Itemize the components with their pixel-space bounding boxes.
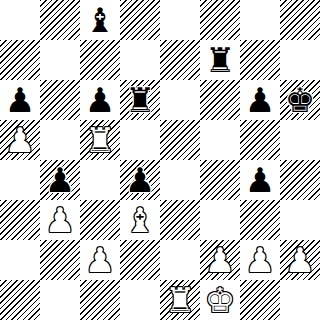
square-b4[interactable]: ♟ (40, 160, 80, 200)
chess-board: ♝♜♟♟♜♟♚♟♜♟♟♟♟♝♟♟♟♟♜♚ (0, 0, 320, 320)
square-b7[interactable] (40, 40, 80, 80)
white-bishop: ♝ (125, 200, 155, 240)
black-pawn: ♟ (5, 80, 35, 120)
square-b2[interactable] (40, 240, 80, 280)
square-f7[interactable]: ♜ (200, 40, 240, 80)
square-b5[interactable] (40, 120, 80, 160)
square-a5[interactable]: ♟ (0, 120, 40, 160)
square-e2[interactable] (160, 240, 200, 280)
square-a4[interactable] (0, 160, 40, 200)
square-a1[interactable] (0, 280, 40, 320)
square-e5[interactable] (160, 120, 200, 160)
square-f3[interactable] (200, 200, 240, 240)
white-king: ♚ (205, 280, 235, 320)
square-e3[interactable] (160, 200, 200, 240)
white-rook: ♜ (85, 120, 115, 160)
square-a8[interactable] (0, 0, 40, 40)
square-g8[interactable] (240, 0, 280, 40)
square-c6[interactable]: ♟ (80, 80, 120, 120)
square-f1[interactable]: ♚ (200, 280, 240, 320)
square-e1[interactable]: ♜ (160, 280, 200, 320)
square-a2[interactable] (0, 240, 40, 280)
square-h5[interactable] (280, 120, 320, 160)
square-c8[interactable]: ♝ (80, 0, 120, 40)
square-e6[interactable] (160, 80, 200, 120)
square-d1[interactable] (120, 280, 160, 320)
square-a7[interactable] (0, 40, 40, 80)
square-e4[interactable] (160, 160, 200, 200)
black-pawn: ♟ (245, 160, 275, 200)
black-pawn: ♟ (245, 80, 275, 120)
square-c3[interactable] (80, 200, 120, 240)
square-d7[interactable] (120, 40, 160, 80)
white-pawn: ♟ (285, 240, 315, 280)
square-g7[interactable] (240, 40, 280, 80)
square-h6[interactable]: ♚ (280, 80, 320, 120)
square-h1[interactable] (280, 280, 320, 320)
square-g6[interactable]: ♟ (240, 80, 280, 120)
square-d5[interactable] (120, 120, 160, 160)
square-b3[interactable]: ♟ (40, 200, 80, 240)
square-d3[interactable]: ♝ (120, 200, 160, 240)
square-f5[interactable] (200, 120, 240, 160)
square-g4[interactable]: ♟ (240, 160, 280, 200)
black-rook: ♜ (125, 80, 155, 120)
square-c7[interactable] (80, 40, 120, 80)
black-rook: ♜ (205, 40, 235, 80)
square-e8[interactable] (160, 0, 200, 40)
white-pawn: ♟ (205, 240, 235, 280)
square-h2[interactable]: ♟ (280, 240, 320, 280)
square-e7[interactable] (160, 40, 200, 80)
square-d8[interactable] (120, 0, 160, 40)
black-pawn: ♟ (45, 160, 75, 200)
square-f8[interactable] (200, 0, 240, 40)
square-h7[interactable] (280, 40, 320, 80)
square-g3[interactable] (240, 200, 280, 240)
white-pawn: ♟ (245, 240, 275, 280)
black-pawn: ♟ (85, 80, 115, 120)
square-b6[interactable] (40, 80, 80, 120)
black-bishop: ♝ (85, 0, 115, 40)
white-pawn: ♟ (45, 200, 75, 240)
square-h4[interactable] (280, 160, 320, 200)
white-pawn: ♟ (85, 240, 115, 280)
white-pawn: ♟ (5, 120, 35, 160)
square-f2[interactable]: ♟ (200, 240, 240, 280)
square-c4[interactable] (80, 160, 120, 200)
white-rook: ♜ (165, 280, 195, 320)
square-d2[interactable] (120, 240, 160, 280)
square-g1[interactable] (240, 280, 280, 320)
square-h3[interactable] (280, 200, 320, 240)
square-a6[interactable]: ♟ (0, 80, 40, 120)
square-f4[interactable] (200, 160, 240, 200)
square-h8[interactable] (280, 0, 320, 40)
square-d4[interactable]: ♟ (120, 160, 160, 200)
square-b8[interactable] (40, 0, 80, 40)
square-c5[interactable]: ♜ (80, 120, 120, 160)
black-pawn: ♟ (125, 160, 155, 200)
square-g5[interactable] (240, 120, 280, 160)
square-f6[interactable] (200, 80, 240, 120)
black-king: ♚ (285, 80, 315, 120)
square-c1[interactable] (80, 280, 120, 320)
square-d6[interactable]: ♜ (120, 80, 160, 120)
square-c2[interactable]: ♟ (80, 240, 120, 280)
square-a3[interactable] (0, 200, 40, 240)
square-g2[interactable]: ♟ (240, 240, 280, 280)
square-b1[interactable] (40, 280, 80, 320)
